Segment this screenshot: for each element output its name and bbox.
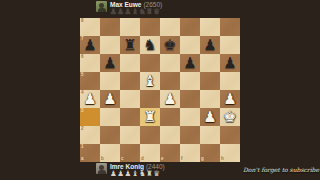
coordinate-file-label: b [101, 157, 104, 162]
avatar-max-euwe [96, 1, 107, 12]
square-d2[interactable] [140, 126, 160, 144]
piece-black-pawn[interactable]: ♟ [83, 36, 96, 54]
square-d7[interactable]: ♞ [140, 36, 160, 54]
square-b7[interactable] [100, 36, 120, 54]
piece-white-bishop[interactable]: ♝ [143, 72, 156, 90]
coordinate-rank-label: 8 [81, 19, 84, 24]
square-d6[interactable] [140, 54, 160, 72]
square-f5[interactable] [180, 72, 200, 90]
square-g8[interactable] [200, 18, 220, 36]
piece-black-pawn[interactable]: ♟ [203, 36, 216, 54]
square-e7[interactable]: ♚ [160, 36, 180, 54]
square-h8[interactable] [220, 18, 240, 36]
piece-black-rook[interactable]: ♜ [123, 36, 136, 54]
square-a2[interactable]: 2 [80, 126, 100, 144]
square-c3[interactable] [120, 108, 140, 126]
square-b4[interactable]: ♟ [100, 90, 120, 108]
square-f7[interactable] [180, 36, 200, 54]
square-c2[interactable] [120, 126, 140, 144]
coordinate-rank-label: 1 [81, 145, 84, 150]
square-a4[interactable]: 4♟ [80, 90, 100, 108]
coordinate-file-label: a [81, 157, 84, 162]
square-b5[interactable] [100, 72, 120, 90]
square-c8[interactable] [120, 18, 140, 36]
coordinate-file-label: f [181, 157, 183, 162]
square-c6[interactable] [120, 54, 140, 72]
square-a6[interactable]: 6 [80, 54, 100, 72]
square-d1[interactable]: d [140, 144, 160, 162]
square-h5[interactable] [220, 72, 240, 90]
subscribe-reminder-text: Don't forget to subscribe [243, 166, 319, 173]
square-g7[interactable]: ♟ [200, 36, 220, 54]
piece-white-pawn[interactable]: ♟ [83, 90, 96, 108]
piece-white-pawn[interactable]: ♟ [103, 90, 116, 108]
square-e5[interactable] [160, 72, 180, 90]
square-c4[interactable] [120, 90, 140, 108]
square-g4[interactable] [200, 90, 220, 108]
square-e1[interactable]: e [160, 144, 180, 162]
piece-white-pawn[interactable]: ♟ [163, 90, 176, 108]
square-a1[interactable]: 1a [80, 144, 100, 162]
player-bar-black: Max Euwe(2650) ♟♟♟♝♞♜♛ [96, 1, 162, 16]
coordinate-rank-label: 5 [81, 73, 84, 78]
piece-white-rook[interactable]: ♜ [143, 108, 156, 126]
player-bar-white: Imre Konig(2440) ♟♟♟♝♞♜♛ [96, 163, 165, 178]
square-b3[interactable] [100, 108, 120, 126]
square-a5[interactable]: 5 [80, 72, 100, 90]
coordinate-rank-label: 6 [81, 55, 84, 60]
coordinate-rank-label: 3 [81, 109, 84, 114]
coordinate-file-label: c [121, 157, 124, 162]
square-b8[interactable] [100, 18, 120, 36]
avatar-silhouette [98, 8, 106, 12]
coordinate-file-label: h [221, 157, 224, 162]
square-a3[interactable]: 3 [80, 108, 100, 126]
square-g1[interactable]: g [200, 144, 220, 162]
square-g3[interactable]: ♟ [200, 108, 220, 126]
piece-black-king[interactable]: ♚ [163, 36, 176, 54]
square-c1[interactable]: c [120, 144, 140, 162]
avatar-silhouette [98, 170, 106, 174]
square-d8[interactable] [140, 18, 160, 36]
piece-black-pawn[interactable]: ♟ [183, 54, 196, 72]
square-g5[interactable] [200, 72, 220, 90]
piece-white-pawn[interactable]: ♟ [223, 90, 236, 108]
piece-black-pawn[interactable]: ♟ [103, 54, 116, 72]
square-a7[interactable]: 7♟ [80, 36, 100, 54]
coordinate-file-label: g [201, 157, 204, 162]
square-e8[interactable] [160, 18, 180, 36]
piece-black-knight[interactable]: ♞ [143, 36, 156, 54]
square-d3[interactable]: ♜ [140, 108, 160, 126]
square-c7[interactable]: ♜ [120, 36, 140, 54]
square-d5[interactable]: ♝ [140, 72, 160, 90]
square-e3[interactable] [160, 108, 180, 126]
chess-board: 87♟♜♞♚♟6♟♟♟5♝4♟♟♟♟3♜♟♚21abcdefgh [80, 18, 240, 162]
square-e6[interactable] [160, 54, 180, 72]
square-f8[interactable] [180, 18, 200, 36]
square-b2[interactable] [100, 126, 120, 144]
video-frame: Max Euwe(2650) ♟♟♟♝♞♜♛ 87♟♜♞♚♟6♟♟♟5♝4♟♟♟… [0, 0, 320, 180]
square-b1[interactable]: b [100, 144, 120, 162]
coordinate-file-label: d [141, 157, 144, 162]
square-g6[interactable] [200, 54, 220, 72]
piece-white-king[interactable]: ♚ [223, 108, 236, 126]
square-f1[interactable]: f [180, 144, 200, 162]
captured-tray-white: ♟♟♟♝♞♜♛ [110, 170, 165, 178]
avatar-imre-konig [96, 163, 107, 174]
captured-tray-black: ♟♟♟♝♞♜♛ [110, 8, 162, 16]
coordinate-file-label: e [161, 157, 164, 162]
square-h1[interactable]: h [220, 144, 240, 162]
piece-white-pawn[interactable]: ♟ [203, 108, 216, 126]
square-f4[interactable] [180, 90, 200, 108]
square-a8[interactable]: 8 [80, 18, 100, 36]
square-h7[interactable] [220, 36, 240, 54]
square-h4[interactable]: ♟ [220, 90, 240, 108]
piece-black-pawn[interactable]: ♟ [223, 54, 236, 72]
coordinate-rank-label: 2 [81, 127, 84, 132]
square-e2[interactable] [160, 126, 180, 144]
square-b6[interactable]: ♟ [100, 54, 120, 72]
square-h6[interactable]: ♟ [220, 54, 240, 72]
square-f6[interactable]: ♟ [180, 54, 200, 72]
square-f3[interactable] [180, 108, 200, 126]
square-h2[interactable] [220, 126, 240, 144]
square-f2[interactable] [180, 126, 200, 144]
square-h3[interactable]: ♚ [220, 108, 240, 126]
square-e4[interactable]: ♟ [160, 90, 180, 108]
square-c5[interactable] [120, 72, 140, 90]
square-g2[interactable] [200, 126, 220, 144]
square-d4[interactable] [140, 90, 160, 108]
